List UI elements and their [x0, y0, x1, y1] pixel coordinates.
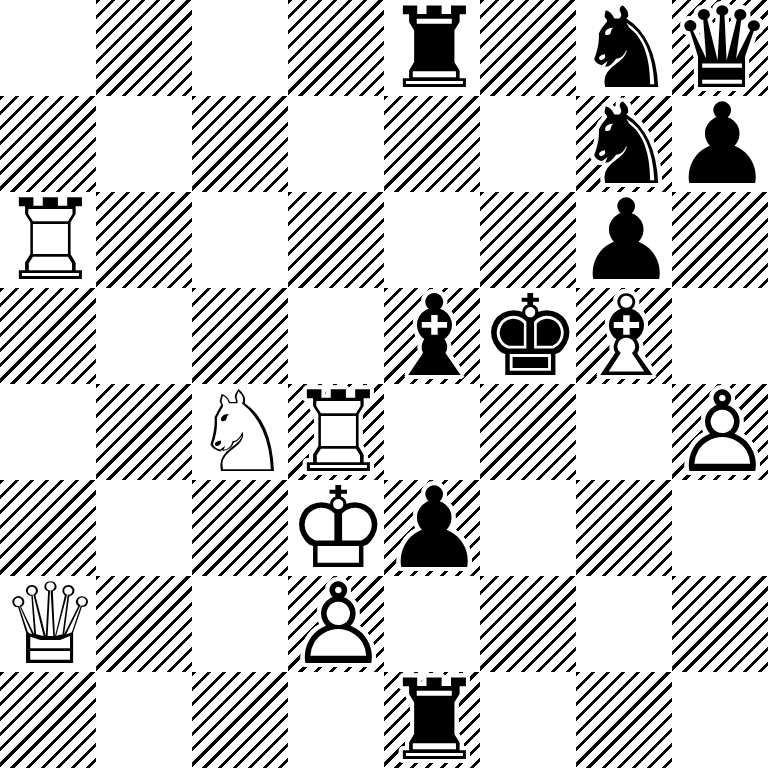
piece-face: ♜	[384, 672, 480, 768]
square-a4[interactable]	[0, 384, 96, 480]
square-b7[interactable]	[96, 96, 192, 192]
piece-face: ♟	[672, 96, 768, 192]
piece-black-rook[interactable]: ♜♜	[384, 672, 480, 768]
square-g1[interactable]	[576, 672, 672, 768]
square-c6[interactable]	[192, 192, 288, 288]
piece-white-rook[interactable]: ♜♖	[0, 192, 96, 288]
square-e1[interactable]: ♜♜	[384, 672, 480, 768]
piece-face: ♘	[192, 384, 288, 480]
square-b4[interactable]	[96, 384, 192, 480]
square-b3[interactable]	[96, 480, 192, 576]
square-d7[interactable]	[288, 96, 384, 192]
square-g2[interactable]	[576, 576, 672, 672]
piece-white-bishop[interactable]: ♝♗	[576, 288, 672, 384]
piece-face: ♚	[480, 288, 576, 384]
piece-face: ♟	[384, 480, 480, 576]
square-c7[interactable]	[192, 96, 288, 192]
square-d2[interactable]: ♟♙	[288, 576, 384, 672]
square-a8[interactable]	[0, 0, 96, 96]
square-a6[interactable]: ♜♖	[0, 192, 96, 288]
square-g3[interactable]	[576, 480, 672, 576]
square-c2[interactable]	[192, 576, 288, 672]
square-d8[interactable]	[288, 0, 384, 96]
square-e5[interactable]: ♝♝	[384, 288, 480, 384]
square-f3[interactable]	[480, 480, 576, 576]
square-e8[interactable]: ♜♜	[384, 0, 480, 96]
square-f7[interactable]	[480, 96, 576, 192]
square-a2[interactable]: ♛♕	[0, 576, 96, 672]
square-h2[interactable]	[672, 576, 768, 672]
piece-black-rook[interactable]: ♜♜	[384, 0, 480, 96]
chess-board: ♜♜♞♞♛♛♞♞♟♟♜♖♟♟♝♝♚♚♝♗♞♘♜♖♟♙♚♔♟♟♛♕♟♙♜♜	[0, 0, 768, 768]
square-c8[interactable]	[192, 0, 288, 96]
square-f1[interactable]	[480, 672, 576, 768]
square-b2[interactable]	[96, 576, 192, 672]
piece-black-king[interactable]: ♚♚	[480, 288, 576, 384]
square-h1[interactable]	[672, 672, 768, 768]
square-c1[interactable]	[192, 672, 288, 768]
piece-black-bishop[interactable]: ♝♝	[384, 288, 480, 384]
square-c4[interactable]: ♞♘	[192, 384, 288, 480]
piece-face: ♙	[672, 384, 768, 480]
piece-black-pawn[interactable]: ♟♟	[384, 480, 480, 576]
square-b5[interactable]	[96, 288, 192, 384]
piece-white-queen[interactable]: ♛♕	[0, 576, 96, 672]
piece-face: ♜	[384, 0, 480, 96]
square-g5[interactable]: ♝♗	[576, 288, 672, 384]
piece-white-pawn[interactable]: ♟♙	[672, 384, 768, 480]
piece-face: ♗	[576, 288, 672, 384]
square-f8[interactable]	[480, 0, 576, 96]
piece-white-pawn[interactable]: ♟♙	[288, 576, 384, 672]
square-b8[interactable]	[96, 0, 192, 96]
square-d6[interactable]	[288, 192, 384, 288]
piece-face: ♙	[288, 576, 384, 672]
square-f2[interactable]	[480, 576, 576, 672]
square-b1[interactable]	[96, 672, 192, 768]
square-f5[interactable]: ♚♚	[480, 288, 576, 384]
piece-face: ♝	[384, 288, 480, 384]
square-h4[interactable]: ♟♙	[672, 384, 768, 480]
square-e3[interactable]: ♟♟	[384, 480, 480, 576]
piece-white-knight[interactable]: ♞♘	[192, 384, 288, 480]
square-h7[interactable]: ♟♟	[672, 96, 768, 192]
piece-face: ♖	[0, 192, 96, 288]
square-b6[interactable]	[96, 192, 192, 288]
piece-black-pawn[interactable]: ♟♟	[672, 96, 768, 192]
piece-face: ♕	[0, 576, 96, 672]
